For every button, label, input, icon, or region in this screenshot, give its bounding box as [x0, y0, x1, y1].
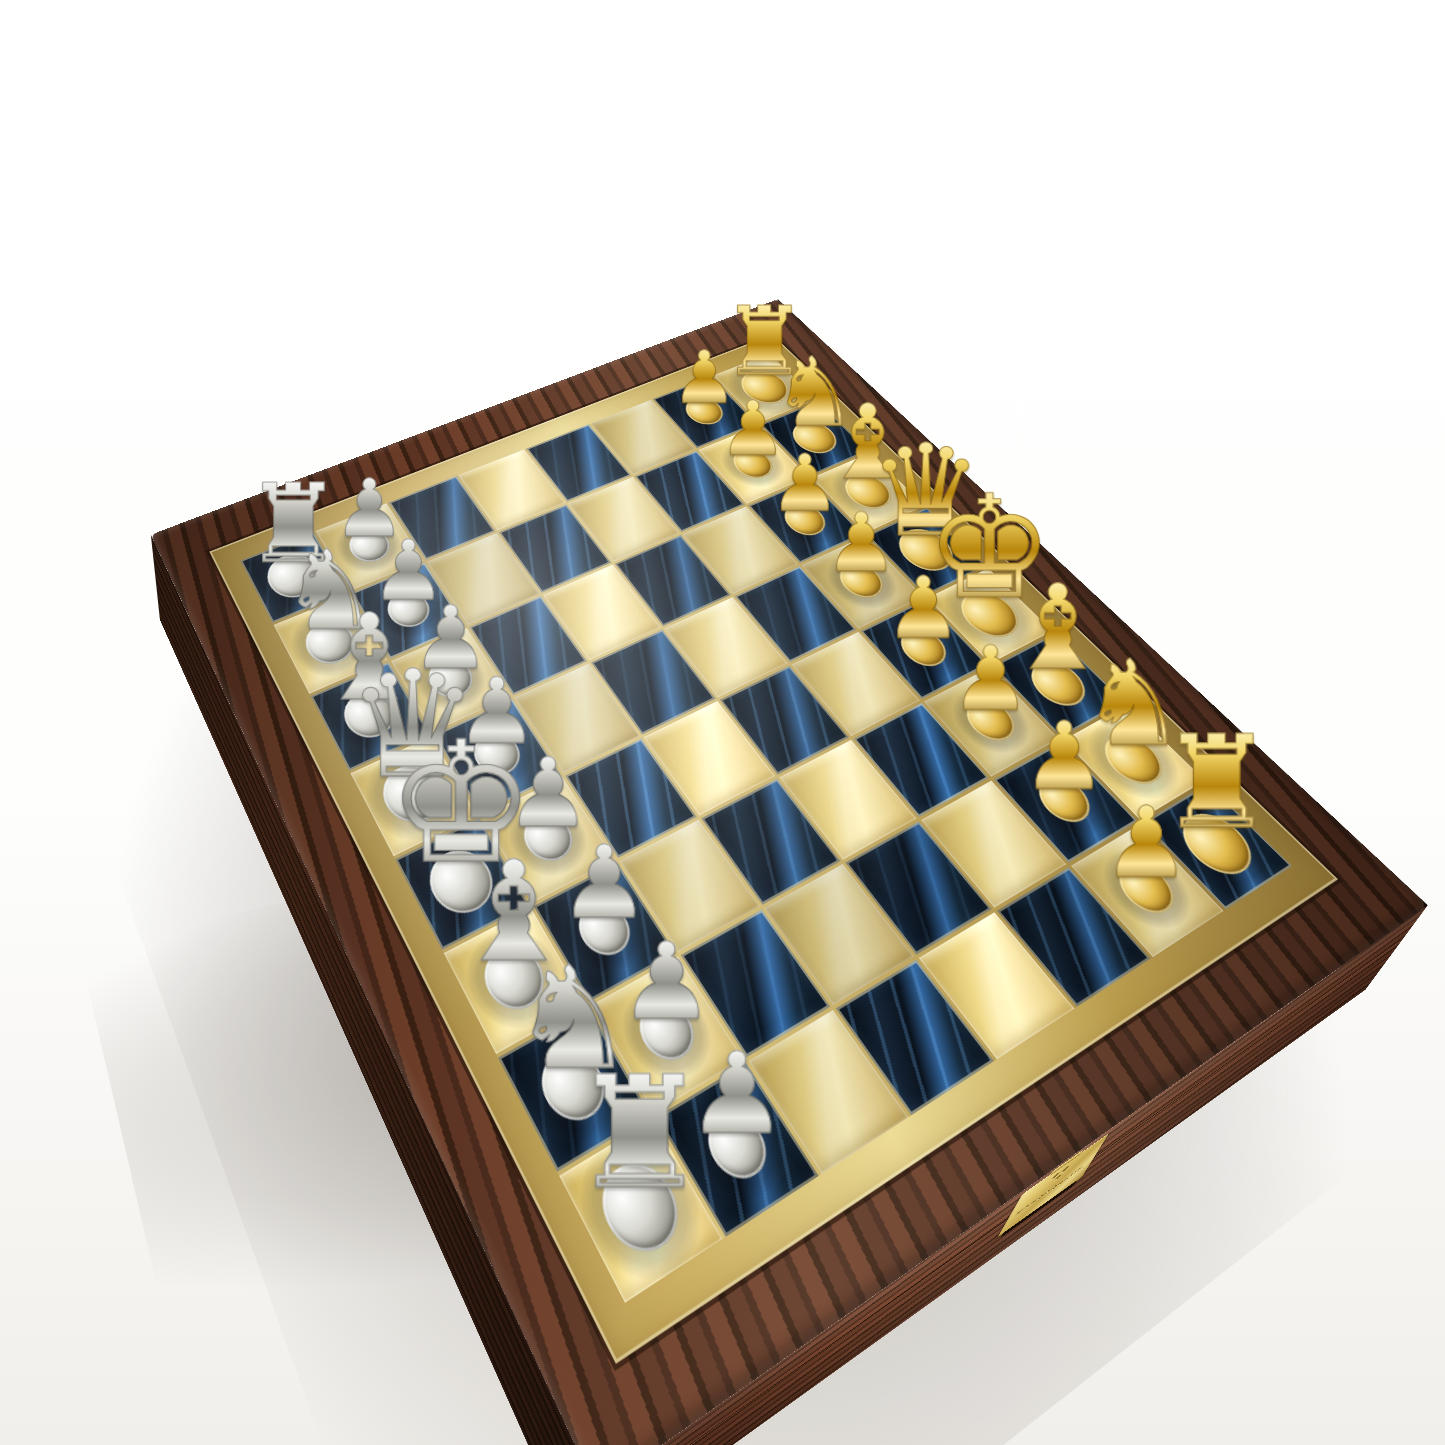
stage: ◆◆ ◆ MANOPOULOS ♜♞♟♝♟♛♟♚♟♝♟♞♟♟♜♟♟♜♟♟♞♟♝♟…: [0, 0, 1445, 1445]
chess-box: ◆◆ ◆ MANOPOULOS ♜♞♟♝♟♛♟♚♟♝♟♞♟♟♜♟♟♜♟♟♞♟♝♟…: [150, 299, 1427, 1445]
scene: ◆◆ ◆ MANOPOULOS ♜♞♟♝♟♛♟♚♟♝♟♞♟♟♜♟♟♜♟♟♞♟♝♟…: [0, 0, 1445, 1445]
pawn-glyph: ♟: [1022, 710, 1106, 802]
rook-glyph: ♜: [570, 1058, 709, 1210]
piece-figure: ♟: [1034, 788, 1257, 886]
pawn-glyph: ♟: [1102, 793, 1190, 889]
piece-figure: ♜: [508, 1050, 771, 1205]
